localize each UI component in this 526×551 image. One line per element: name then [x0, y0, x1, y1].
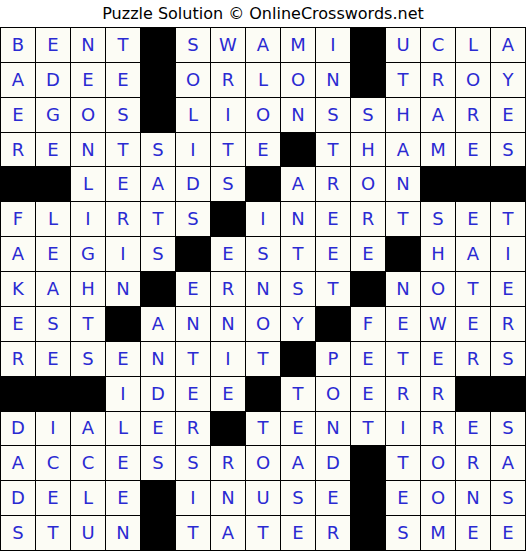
letter-cell: L — [106, 412, 140, 446]
letter-cell: N — [71, 133, 105, 167]
letter-cell: N — [246, 272, 280, 306]
letter-cell: I — [386, 412, 420, 446]
letter-cell: S — [386, 516, 420, 550]
block-cell — [351, 63, 385, 97]
letter-cell: C — [36, 446, 70, 480]
letter-cell: T — [106, 28, 140, 62]
letter-cell: A — [456, 237, 490, 271]
letter-cell: A — [246, 28, 280, 62]
letter-cell: R — [456, 98, 490, 132]
block-cell — [456, 377, 490, 411]
letter-cell: T — [246, 516, 280, 550]
letter-cell: E — [456, 307, 490, 341]
letter-cell: N — [316, 63, 350, 97]
letter-cell: E — [316, 237, 350, 271]
block-cell — [491, 377, 525, 411]
letter-cell: T — [176, 516, 210, 550]
letter-cell: E — [386, 307, 420, 341]
letter-cell: W — [421, 307, 455, 341]
letter-cell: R — [351, 202, 385, 236]
letter-cell: R — [386, 377, 420, 411]
letter-cell: I — [316, 28, 350, 62]
letter-cell: S — [316, 98, 350, 132]
letter-cell: I — [246, 202, 280, 236]
letter-cell: I — [106, 377, 140, 411]
letter-cell: E — [176, 272, 210, 306]
letter-cell: T — [71, 307, 105, 341]
block-cell — [141, 63, 175, 97]
letter-cell: T — [246, 412, 280, 446]
letter-cell: U — [71, 516, 105, 550]
letter-cell: E — [246, 133, 280, 167]
letter-cell: T — [386, 63, 420, 97]
letter-cell: C — [421, 28, 455, 62]
letter-cell: A — [141, 167, 175, 201]
crossword-grid: BENTSWAMIUCLAADEEORLONTROYEGOSLIONSSHARE… — [0, 27, 526, 551]
letter-cell: E — [351, 237, 385, 271]
letter-cell: Y — [281, 307, 315, 341]
letter-cell: I — [491, 237, 525, 271]
letter-cell: D — [1, 481, 35, 515]
block-cell — [141, 272, 175, 306]
letter-cell: L — [71, 167, 105, 201]
letter-cell: H — [421, 237, 455, 271]
letter-cell: E — [281, 516, 315, 550]
letter-cell: T — [281, 377, 315, 411]
letter-cell: Y — [491, 63, 525, 97]
block-cell — [246, 377, 280, 411]
letter-cell: E — [491, 98, 525, 132]
letter-cell: S — [176, 202, 210, 236]
letter-cell: T — [386, 202, 420, 236]
letter-cell: S — [141, 237, 175, 271]
letter-cell: S — [491, 412, 525, 446]
letter-cell: N — [211, 481, 245, 515]
letter-cell: L — [456, 28, 490, 62]
letter-cell: A — [386, 133, 420, 167]
letter-cell: N — [106, 272, 140, 306]
letter-cell: E — [351, 342, 385, 376]
block-cell — [491, 167, 525, 201]
letter-cell: E — [106, 446, 140, 480]
letter-cell: O — [351, 167, 385, 201]
letter-cell: D — [1, 412, 35, 446]
letter-cell: T — [246, 342, 280, 376]
letter-cell: S — [176, 28, 210, 62]
block-cell — [141, 481, 175, 515]
letter-cell: I — [176, 481, 210, 515]
letter-cell: E — [36, 237, 70, 271]
letter-cell: B — [1, 28, 35, 62]
letter-cell: L — [176, 98, 210, 132]
letter-cell: N — [281, 98, 315, 132]
letter-cell: R — [456, 446, 490, 480]
letter-cell: N — [141, 342, 175, 376]
letter-cell: N — [386, 167, 420, 201]
letter-cell: U — [386, 28, 420, 62]
letter-cell: O — [456, 63, 490, 97]
letter-cell: A — [211, 516, 245, 550]
letter-cell: R — [106, 202, 140, 236]
block-cell — [281, 342, 315, 376]
block-cell — [141, 516, 175, 550]
letter-cell: O — [246, 446, 280, 480]
letter-cell: K — [1, 272, 35, 306]
letter-cell: E — [456, 202, 490, 236]
letter-cell: E — [176, 377, 210, 411]
letter-cell: T — [316, 272, 350, 306]
block-cell — [351, 272, 385, 306]
letter-cell: R — [456, 342, 490, 376]
block-cell — [106, 307, 140, 341]
letter-cell: H — [351, 133, 385, 167]
letter-cell: T — [456, 272, 490, 306]
letter-cell: R — [1, 342, 35, 376]
letter-cell: E — [281, 412, 315, 446]
letter-cell: T — [36, 516, 70, 550]
letter-cell: E — [141, 412, 175, 446]
letter-cell: E — [106, 63, 140, 97]
letter-cell: R — [316, 167, 350, 201]
letter-cell: T — [281, 237, 315, 271]
letter-cell: S — [281, 272, 315, 306]
letter-cell: N — [71, 28, 105, 62]
letter-cell: E — [211, 237, 245, 271]
letter-cell: E — [71, 63, 105, 97]
letter-cell: E — [106, 342, 140, 376]
letter-cell: N — [106, 516, 140, 550]
letter-cell: M — [421, 516, 455, 550]
block-cell — [281, 133, 315, 167]
letter-cell: E — [386, 481, 420, 515]
letter-cell: I — [176, 133, 210, 167]
letter-cell: G — [71, 237, 105, 271]
letter-cell: S — [491, 133, 525, 167]
letter-cell: S — [491, 481, 525, 515]
letter-cell: S — [421, 202, 455, 236]
letter-cell: E — [316, 481, 350, 515]
letter-cell: F — [1, 202, 35, 236]
letter-cell: N — [281, 202, 315, 236]
block-cell — [71, 377, 105, 411]
letter-cell: I — [211, 342, 245, 376]
page-title: Puzzle Solution © OnlineCrosswords.net — [0, 0, 526, 27]
letter-cell: E — [456, 412, 490, 446]
block-cell — [386, 237, 420, 271]
block-cell — [246, 167, 280, 201]
letter-cell: S — [246, 237, 280, 271]
letter-cell: S — [71, 342, 105, 376]
letter-cell: E — [491, 272, 525, 306]
letter-cell: D — [36, 63, 70, 97]
letter-cell: R — [211, 446, 245, 480]
letter-cell: N — [176, 307, 210, 341]
block-cell — [1, 377, 35, 411]
letter-cell: R — [1, 133, 35, 167]
letter-cell: T — [386, 446, 420, 480]
letter-cell: A — [36, 272, 70, 306]
letter-cell: M — [281, 28, 315, 62]
letter-cell: C — [71, 446, 105, 480]
letter-cell: R — [211, 272, 245, 306]
letter-cell: O — [316, 377, 350, 411]
block-cell — [351, 446, 385, 480]
letter-cell: A — [281, 446, 315, 480]
letter-cell: W — [211, 28, 245, 62]
block-cell — [316, 307, 350, 341]
letter-cell: E — [351, 377, 385, 411]
letter-cell: E — [456, 133, 490, 167]
letter-cell: E — [456, 516, 490, 550]
letter-cell: I — [36, 412, 70, 446]
letter-cell: H — [386, 98, 420, 132]
letter-cell: T — [176, 342, 210, 376]
letter-cell: F — [351, 307, 385, 341]
letter-cell: T — [211, 133, 245, 167]
letter-cell: L — [36, 202, 70, 236]
block-cell — [351, 481, 385, 515]
letter-cell: O — [246, 307, 280, 341]
letter-cell: O — [246, 98, 280, 132]
letter-cell: R — [491, 307, 525, 341]
letter-cell: A — [421, 98, 455, 132]
letter-cell: A — [1, 446, 35, 480]
letter-cell: E — [36, 342, 70, 376]
letter-cell: A — [71, 412, 105, 446]
puzzle-solution-page: Puzzle Solution © OnlineCrosswords.net B… — [0, 0, 526, 551]
letter-cell: R — [211, 63, 245, 97]
letter-cell: A — [1, 237, 35, 271]
letter-cell: R — [421, 63, 455, 97]
letter-cell: E — [1, 307, 35, 341]
block-cell — [36, 167, 70, 201]
letter-cell: E — [36, 133, 70, 167]
block-cell — [351, 28, 385, 62]
letter-cell: E — [211, 377, 245, 411]
letter-cell: T — [106, 133, 140, 167]
letter-cell: H — [71, 272, 105, 306]
letter-cell: A — [1, 63, 35, 97]
letter-cell: N — [211, 307, 245, 341]
letter-cell: S — [36, 307, 70, 341]
letter-cell: E — [491, 516, 525, 550]
letter-cell: P — [316, 342, 350, 376]
letter-cell: E — [106, 167, 140, 201]
block-cell — [141, 28, 175, 62]
letter-cell: E — [106, 481, 140, 515]
letter-cell: A — [141, 307, 175, 341]
block-cell — [1, 167, 35, 201]
letter-cell: D — [316, 446, 350, 480]
letter-cell: E — [421, 342, 455, 376]
letter-cell: A — [281, 167, 315, 201]
block-cell — [351, 516, 385, 550]
letter-cell: N — [456, 481, 490, 515]
letter-cell: L — [71, 481, 105, 515]
letter-cell: T — [351, 412, 385, 446]
letter-cell: S — [106, 98, 140, 132]
letter-cell: S — [351, 98, 385, 132]
letter-cell: O — [421, 446, 455, 480]
letter-cell: I — [71, 202, 105, 236]
letter-cell: S — [141, 133, 175, 167]
letter-cell: A — [491, 446, 525, 480]
letter-cell: A — [491, 28, 525, 62]
letter-cell: S — [211, 167, 245, 201]
letter-cell: N — [386, 272, 420, 306]
letter-cell: D — [141, 377, 175, 411]
block-cell — [141, 98, 175, 132]
letter-cell: E — [1, 98, 35, 132]
letter-cell: S — [176, 446, 210, 480]
letter-cell: D — [176, 167, 210, 201]
letter-cell: I — [106, 237, 140, 271]
block-cell — [211, 412, 245, 446]
letter-cell: S — [491, 342, 525, 376]
letter-cell: R — [421, 377, 455, 411]
letter-cell: T — [386, 342, 420, 376]
letter-cell: R — [176, 412, 210, 446]
letter-cell: L — [246, 63, 280, 97]
letter-cell: R — [316, 516, 350, 550]
letter-cell: O — [71, 98, 105, 132]
block-cell — [211, 202, 245, 236]
letter-cell: O — [176, 63, 210, 97]
block-cell — [421, 167, 455, 201]
letter-cell: O — [421, 272, 455, 306]
letter-cell: G — [36, 98, 70, 132]
letter-cell: T — [141, 202, 175, 236]
letter-cell: O — [281, 63, 315, 97]
letter-cell: O — [421, 481, 455, 515]
letter-cell: I — [211, 98, 245, 132]
letter-cell: E — [36, 481, 70, 515]
letter-cell: E — [36, 28, 70, 62]
letter-cell: S — [1, 516, 35, 550]
letter-cell: N — [316, 412, 350, 446]
letter-cell: R — [421, 412, 455, 446]
letter-cell: M — [421, 133, 455, 167]
letter-cell: T — [491, 202, 525, 236]
letter-cell: U — [246, 481, 280, 515]
letter-cell: E — [316, 202, 350, 236]
letter-cell: T — [316, 133, 350, 167]
block-cell — [176, 237, 210, 271]
block-cell — [456, 167, 490, 201]
letter-cell: S — [141, 446, 175, 480]
letter-cell: S — [281, 481, 315, 515]
block-cell — [36, 377, 70, 411]
